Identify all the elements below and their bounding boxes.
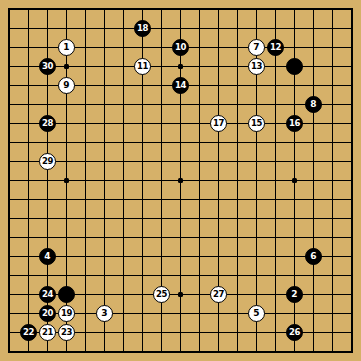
hoshi-point bbox=[178, 64, 183, 69]
stone-move-26: 26 bbox=[286, 324, 303, 341]
point-A2 bbox=[0, 323, 19, 342]
point-K19 bbox=[171, 0, 190, 19]
hoshi-point bbox=[64, 178, 69, 183]
point-L16 bbox=[190, 57, 209, 76]
point-G7 bbox=[114, 228, 133, 247]
move-number: 28 bbox=[42, 119, 53, 128]
stone-move-3: 3 bbox=[96, 305, 113, 322]
point-M6 bbox=[209, 247, 228, 266]
point-K11 bbox=[171, 152, 190, 171]
point-K2 bbox=[171, 323, 190, 342]
point-R13 bbox=[304, 114, 323, 133]
point-F3: 3 bbox=[95, 304, 114, 323]
hoshi-point bbox=[64, 64, 69, 69]
point-P9 bbox=[266, 190, 285, 209]
point-R17 bbox=[304, 38, 323, 57]
point-B15 bbox=[19, 76, 38, 95]
point-E6 bbox=[76, 247, 95, 266]
point-J11 bbox=[152, 152, 171, 171]
point-T14 bbox=[342, 95, 361, 114]
point-A6 bbox=[0, 247, 19, 266]
point-N7 bbox=[228, 228, 247, 247]
point-E10 bbox=[76, 171, 95, 190]
point-R2 bbox=[304, 323, 323, 342]
point-E7 bbox=[76, 228, 95, 247]
point-S11 bbox=[323, 152, 342, 171]
point-M12 bbox=[209, 133, 228, 152]
point-E9 bbox=[76, 190, 95, 209]
point-F15 bbox=[95, 76, 114, 95]
point-K16 bbox=[171, 57, 190, 76]
handicap-stone-D4 bbox=[58, 286, 75, 303]
point-C9 bbox=[38, 190, 57, 209]
point-D3: 19 bbox=[57, 304, 76, 323]
point-T15 bbox=[342, 76, 361, 95]
point-T9 bbox=[342, 190, 361, 209]
point-P11 bbox=[266, 152, 285, 171]
point-K10 bbox=[171, 171, 190, 190]
point-S14 bbox=[323, 95, 342, 114]
point-G12 bbox=[114, 133, 133, 152]
point-M4: 27 bbox=[209, 285, 228, 304]
point-L10 bbox=[190, 171, 209, 190]
point-H4 bbox=[133, 285, 152, 304]
point-B18 bbox=[19, 19, 38, 38]
point-A10 bbox=[0, 171, 19, 190]
point-G11 bbox=[114, 152, 133, 171]
move-number: 16 bbox=[289, 119, 300, 128]
point-G15 bbox=[114, 76, 133, 95]
point-L11 bbox=[190, 152, 209, 171]
point-K12 bbox=[171, 133, 190, 152]
point-M10 bbox=[209, 171, 228, 190]
point-N13 bbox=[228, 114, 247, 133]
stone-move-8: 8 bbox=[305, 96, 322, 113]
point-O4 bbox=[247, 285, 266, 304]
point-R10 bbox=[304, 171, 323, 190]
point-E3 bbox=[76, 304, 95, 323]
point-K18 bbox=[171, 19, 190, 38]
point-B19 bbox=[19, 0, 38, 19]
point-J18 bbox=[152, 19, 171, 38]
move-number: 17 bbox=[213, 119, 224, 128]
point-T12 bbox=[342, 133, 361, 152]
move-number: 19 bbox=[61, 309, 72, 318]
point-Q12 bbox=[285, 133, 304, 152]
point-D19 bbox=[57, 0, 76, 19]
point-H9 bbox=[133, 190, 152, 209]
point-D10 bbox=[57, 171, 76, 190]
move-number: 27 bbox=[213, 290, 224, 299]
point-M16 bbox=[209, 57, 228, 76]
point-T7 bbox=[342, 228, 361, 247]
point-H18: 18 bbox=[133, 19, 152, 38]
point-B14 bbox=[19, 95, 38, 114]
point-C2: 21 bbox=[38, 323, 57, 342]
move-number: 18 bbox=[137, 24, 148, 33]
point-A9 bbox=[0, 190, 19, 209]
point-J2 bbox=[152, 323, 171, 342]
point-F11 bbox=[95, 152, 114, 171]
point-C12 bbox=[38, 133, 57, 152]
point-P10 bbox=[266, 171, 285, 190]
point-O10 bbox=[247, 171, 266, 190]
point-H13 bbox=[133, 114, 152, 133]
point-N1 bbox=[228, 342, 247, 361]
point-T4 bbox=[342, 285, 361, 304]
point-D14 bbox=[57, 95, 76, 114]
point-F18 bbox=[95, 19, 114, 38]
move-number: 29 bbox=[42, 157, 53, 166]
point-Q8 bbox=[285, 209, 304, 228]
point-T5 bbox=[342, 266, 361, 285]
point-H5 bbox=[133, 266, 152, 285]
point-E15 bbox=[76, 76, 95, 95]
point-N16 bbox=[228, 57, 247, 76]
point-N9 bbox=[228, 190, 247, 209]
point-Q18 bbox=[285, 19, 304, 38]
point-J19 bbox=[152, 0, 171, 19]
point-T19 bbox=[342, 0, 361, 19]
point-G13 bbox=[114, 114, 133, 133]
point-D13 bbox=[57, 114, 76, 133]
point-L6 bbox=[190, 247, 209, 266]
point-M15 bbox=[209, 76, 228, 95]
point-R8 bbox=[304, 209, 323, 228]
point-P14 bbox=[266, 95, 285, 114]
point-L7 bbox=[190, 228, 209, 247]
point-E19 bbox=[76, 0, 95, 19]
point-G3 bbox=[114, 304, 133, 323]
stone-move-30: 30 bbox=[39, 58, 56, 75]
point-D18 bbox=[57, 19, 76, 38]
point-G17 bbox=[114, 38, 133, 57]
point-N18 bbox=[228, 19, 247, 38]
point-A7 bbox=[0, 228, 19, 247]
point-S18 bbox=[323, 19, 342, 38]
point-A15 bbox=[0, 76, 19, 95]
point-D5 bbox=[57, 266, 76, 285]
point-S15 bbox=[323, 76, 342, 95]
point-C6: 4 bbox=[38, 247, 57, 266]
point-J9 bbox=[152, 190, 171, 209]
point-D2: 23 bbox=[57, 323, 76, 342]
point-T16 bbox=[342, 57, 361, 76]
point-Q7 bbox=[285, 228, 304, 247]
point-H7 bbox=[133, 228, 152, 247]
point-P15 bbox=[266, 76, 285, 95]
point-P4 bbox=[266, 285, 285, 304]
point-K4 bbox=[171, 285, 190, 304]
point-L15 bbox=[190, 76, 209, 95]
move-number: 7 bbox=[253, 43, 259, 52]
point-G14 bbox=[114, 95, 133, 114]
point-F8 bbox=[95, 209, 114, 228]
point-B17 bbox=[19, 38, 38, 57]
point-O19 bbox=[247, 0, 266, 19]
point-S7 bbox=[323, 228, 342, 247]
point-C5 bbox=[38, 266, 57, 285]
go-board-grid: 1811071230111391482817151629462425272201… bbox=[0, 0, 361, 361]
point-D7 bbox=[57, 228, 76, 247]
point-H11 bbox=[133, 152, 152, 171]
point-K5 bbox=[171, 266, 190, 285]
point-P7 bbox=[266, 228, 285, 247]
point-P19 bbox=[266, 0, 285, 19]
point-K8 bbox=[171, 209, 190, 228]
point-S17 bbox=[323, 38, 342, 57]
stone-move-28: 28 bbox=[39, 115, 56, 132]
point-M19 bbox=[209, 0, 228, 19]
point-O16: 13 bbox=[247, 57, 266, 76]
point-P3 bbox=[266, 304, 285, 323]
stone-move-21: 21 bbox=[39, 324, 56, 341]
point-D6 bbox=[57, 247, 76, 266]
point-R9 bbox=[304, 190, 323, 209]
stone-move-10: 10 bbox=[172, 39, 189, 56]
stone-move-13: 13 bbox=[248, 58, 265, 75]
stone-move-19: 19 bbox=[58, 305, 75, 322]
point-J5 bbox=[152, 266, 171, 285]
point-F7 bbox=[95, 228, 114, 247]
point-L18 bbox=[190, 19, 209, 38]
move-number: 1 bbox=[63, 43, 69, 52]
point-H12 bbox=[133, 133, 152, 152]
point-J13 bbox=[152, 114, 171, 133]
stone-move-17: 17 bbox=[210, 115, 227, 132]
point-F17 bbox=[95, 38, 114, 57]
point-L5 bbox=[190, 266, 209, 285]
point-O8 bbox=[247, 209, 266, 228]
stone-move-11: 11 bbox=[134, 58, 151, 75]
point-R16 bbox=[304, 57, 323, 76]
point-H15 bbox=[133, 76, 152, 95]
point-O5 bbox=[247, 266, 266, 285]
point-R7 bbox=[304, 228, 323, 247]
point-C11: 29 bbox=[38, 152, 57, 171]
point-M1 bbox=[209, 342, 228, 361]
move-number: 30 bbox=[42, 62, 53, 71]
point-O6 bbox=[247, 247, 266, 266]
point-H19 bbox=[133, 0, 152, 19]
point-L9 bbox=[190, 190, 209, 209]
point-C3: 20 bbox=[38, 304, 57, 323]
point-O18 bbox=[247, 19, 266, 38]
point-B13 bbox=[19, 114, 38, 133]
point-N17 bbox=[228, 38, 247, 57]
point-B9 bbox=[19, 190, 38, 209]
point-K17: 10 bbox=[171, 38, 190, 57]
point-E17 bbox=[76, 38, 95, 57]
point-R1 bbox=[304, 342, 323, 361]
point-M8 bbox=[209, 209, 228, 228]
point-G8 bbox=[114, 209, 133, 228]
point-D4 bbox=[57, 285, 76, 304]
move-number: 10 bbox=[175, 43, 186, 52]
point-L12 bbox=[190, 133, 209, 152]
point-B11 bbox=[19, 152, 38, 171]
point-G6 bbox=[114, 247, 133, 266]
point-J17 bbox=[152, 38, 171, 57]
point-A19 bbox=[0, 0, 19, 19]
point-G4 bbox=[114, 285, 133, 304]
hoshi-point bbox=[292, 178, 297, 183]
point-E8 bbox=[76, 209, 95, 228]
point-K7 bbox=[171, 228, 190, 247]
point-E13 bbox=[76, 114, 95, 133]
point-F5 bbox=[95, 266, 114, 285]
point-G19 bbox=[114, 0, 133, 19]
point-C4: 24 bbox=[38, 285, 57, 304]
point-E4 bbox=[76, 285, 95, 304]
move-number: 2 bbox=[291, 290, 297, 299]
point-D16 bbox=[57, 57, 76, 76]
point-F2 bbox=[95, 323, 114, 342]
point-G10 bbox=[114, 171, 133, 190]
point-P2 bbox=[266, 323, 285, 342]
point-E1 bbox=[76, 342, 95, 361]
point-E14 bbox=[76, 95, 95, 114]
point-N12 bbox=[228, 133, 247, 152]
point-R5 bbox=[304, 266, 323, 285]
point-C17 bbox=[38, 38, 57, 57]
point-F6 bbox=[95, 247, 114, 266]
point-P12 bbox=[266, 133, 285, 152]
point-Q9 bbox=[285, 190, 304, 209]
stone-move-25: 25 bbox=[153, 286, 170, 303]
point-S19 bbox=[323, 0, 342, 19]
point-N11 bbox=[228, 152, 247, 171]
point-B10 bbox=[19, 171, 38, 190]
point-O9 bbox=[247, 190, 266, 209]
point-M18 bbox=[209, 19, 228, 38]
point-J4: 25 bbox=[152, 285, 171, 304]
point-L17 bbox=[190, 38, 209, 57]
point-T18 bbox=[342, 19, 361, 38]
point-B2: 22 bbox=[19, 323, 38, 342]
move-number: 4 bbox=[44, 252, 50, 261]
point-Q11 bbox=[285, 152, 304, 171]
point-S6 bbox=[323, 247, 342, 266]
point-Q1 bbox=[285, 342, 304, 361]
point-E18 bbox=[76, 19, 95, 38]
point-C16: 30 bbox=[38, 57, 57, 76]
point-J7 bbox=[152, 228, 171, 247]
point-J1 bbox=[152, 342, 171, 361]
move-number: 24 bbox=[42, 290, 53, 299]
point-O2 bbox=[247, 323, 266, 342]
point-A3 bbox=[0, 304, 19, 323]
point-R19 bbox=[304, 0, 323, 19]
point-R18 bbox=[304, 19, 323, 38]
point-D17: 1 bbox=[57, 38, 76, 57]
point-K3 bbox=[171, 304, 190, 323]
point-N6 bbox=[228, 247, 247, 266]
move-number: 3 bbox=[101, 309, 107, 318]
move-number: 6 bbox=[310, 252, 316, 261]
point-F1 bbox=[95, 342, 114, 361]
move-number: 22 bbox=[23, 328, 34, 337]
point-O11 bbox=[247, 152, 266, 171]
point-O17: 7 bbox=[247, 38, 266, 57]
point-D11 bbox=[57, 152, 76, 171]
point-G2 bbox=[114, 323, 133, 342]
point-K13 bbox=[171, 114, 190, 133]
point-B12 bbox=[19, 133, 38, 152]
point-O14 bbox=[247, 95, 266, 114]
point-S13 bbox=[323, 114, 342, 133]
move-number: 26 bbox=[289, 328, 300, 337]
point-O7 bbox=[247, 228, 266, 247]
point-F4 bbox=[95, 285, 114, 304]
point-F16 bbox=[95, 57, 114, 76]
point-Q19 bbox=[285, 0, 304, 19]
point-G9 bbox=[114, 190, 133, 209]
point-H3 bbox=[133, 304, 152, 323]
point-T10 bbox=[342, 171, 361, 190]
point-A18 bbox=[0, 19, 19, 38]
point-L1 bbox=[190, 342, 209, 361]
point-C18 bbox=[38, 19, 57, 38]
stone-move-16: 16 bbox=[286, 115, 303, 132]
move-number: 5 bbox=[253, 309, 259, 318]
point-K9 bbox=[171, 190, 190, 209]
stone-move-14: 14 bbox=[172, 77, 189, 94]
point-B4 bbox=[19, 285, 38, 304]
point-T1 bbox=[342, 342, 361, 361]
point-S5 bbox=[323, 266, 342, 285]
point-J16 bbox=[152, 57, 171, 76]
point-N15 bbox=[228, 76, 247, 95]
point-Q2: 26 bbox=[285, 323, 304, 342]
point-P8 bbox=[266, 209, 285, 228]
point-H14 bbox=[133, 95, 152, 114]
point-K14 bbox=[171, 95, 190, 114]
point-N5 bbox=[228, 266, 247, 285]
point-K1 bbox=[171, 342, 190, 361]
point-S10 bbox=[323, 171, 342, 190]
point-B6 bbox=[19, 247, 38, 266]
point-A14 bbox=[0, 95, 19, 114]
move-number: 12 bbox=[270, 43, 281, 52]
point-M13: 17 bbox=[209, 114, 228, 133]
point-L8 bbox=[190, 209, 209, 228]
point-S1 bbox=[323, 342, 342, 361]
point-L2 bbox=[190, 323, 209, 342]
point-P13 bbox=[266, 114, 285, 133]
point-A4 bbox=[0, 285, 19, 304]
stone-move-2: 2 bbox=[286, 286, 303, 303]
point-L19 bbox=[190, 0, 209, 19]
move-number: 21 bbox=[42, 328, 53, 337]
point-C10 bbox=[38, 171, 57, 190]
point-A16 bbox=[0, 57, 19, 76]
move-number: 15 bbox=[251, 119, 262, 128]
stone-move-4: 4 bbox=[39, 248, 56, 265]
move-number: 9 bbox=[63, 81, 69, 90]
point-R11 bbox=[304, 152, 323, 171]
point-F9 bbox=[95, 190, 114, 209]
stone-move-27: 27 bbox=[210, 286, 227, 303]
point-C14 bbox=[38, 95, 57, 114]
point-H6 bbox=[133, 247, 152, 266]
handicap-stone-Q16 bbox=[286, 58, 303, 75]
point-C19 bbox=[38, 0, 57, 19]
point-R12 bbox=[304, 133, 323, 152]
point-N10 bbox=[228, 171, 247, 190]
point-J10 bbox=[152, 171, 171, 190]
point-A12 bbox=[0, 133, 19, 152]
